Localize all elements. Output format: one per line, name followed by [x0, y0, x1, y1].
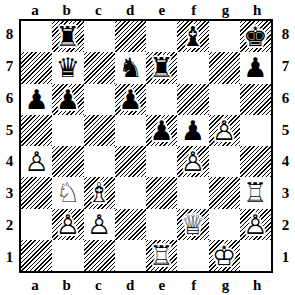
rank-label-right-8: 8	[278, 19, 293, 51]
square-f1[interactable]	[177, 240, 208, 271]
square-e8[interactable]	[146, 21, 177, 52]
board: ♜♝♚♛♞♜♟︎♟︎♟︎♟︎♟︎♟︎♟︎♙♟︎♙♟︎♙♞♘♝♗♜♖♟︎♙♟︎♙♛…	[19, 19, 273, 273]
file-label-bottom-e: e	[146, 277, 178, 293]
black-pawn-piece[interactable]: ♟︎	[21, 84, 52, 115]
square-h2[interactable]: ♟︎♙	[240, 209, 271, 240]
file-label-bottom-c: c	[83, 277, 115, 293]
file-label-bottom-b: b	[51, 277, 83, 293]
square-f6[interactable]	[177, 84, 208, 115]
white-pawn-piece[interactable]: ♙	[21, 146, 52, 177]
square-c1[interactable]	[84, 240, 115, 271]
white-pawn-piece[interactable]: ♙	[240, 209, 271, 240]
rank-label-left-8: 8	[2, 19, 17, 51]
rank-label-right-7: 7	[278, 51, 293, 83]
square-a6[interactable]: ♟︎	[21, 84, 52, 115]
square-f3[interactable]	[177, 177, 208, 208]
square-e3[interactable]	[146, 177, 177, 208]
square-f7[interactable]	[177, 52, 208, 83]
square-d2[interactable]	[115, 209, 146, 240]
black-pawn-piece[interactable]: ♟︎	[177, 115, 208, 146]
rank-label-right-1: 1	[278, 241, 293, 273]
file-label-top-e: e	[146, 2, 178, 18]
black-pawn-piece[interactable]: ♟︎	[115, 84, 146, 115]
square-c8[interactable]	[84, 21, 115, 52]
square-a5[interactable]	[21, 115, 52, 146]
square-d8[interactable]	[115, 21, 146, 52]
black-pawn-piece[interactable]: ♟︎	[52, 84, 83, 115]
square-b1[interactable]	[52, 240, 83, 271]
file-label-bottom-f: f	[178, 277, 210, 293]
rank-labels-right: 87654321	[278, 19, 293, 273]
file-labels-bottom: abcdefgh	[19, 277, 273, 293]
square-a3[interactable]	[21, 177, 52, 208]
square-h8[interactable]: ♚	[240, 21, 271, 52]
square-a8[interactable]	[21, 21, 52, 52]
square-b3[interactable]: ♞♘	[52, 177, 83, 208]
rank-label-right-5: 5	[278, 114, 293, 146]
square-h5[interactable]	[240, 115, 271, 146]
white-rook-piece[interactable]: ♖	[240, 177, 271, 208]
rank-label-left-3: 3	[2, 178, 17, 210]
file-label-bottom-h: h	[241, 277, 273, 293]
square-b5[interactable]	[52, 115, 83, 146]
square-e5[interactable]: ♟︎	[146, 115, 177, 146]
square-c2[interactable]: ♟︎♙	[84, 209, 115, 240]
square-e4[interactable]	[146, 146, 177, 177]
white-king-piece[interactable]: ♔	[209, 240, 240, 271]
square-a1[interactable]	[21, 240, 52, 271]
file-label-top-c: c	[83, 2, 115, 18]
black-pawn-piece[interactable]: ♟︎	[146, 115, 177, 146]
square-d6[interactable]: ♟︎	[115, 84, 146, 115]
black-king-piece[interactable]: ♚	[240, 21, 271, 52]
file-label-bottom-d: d	[114, 277, 146, 293]
square-b4[interactable]	[52, 146, 83, 177]
square-h1[interactable]	[240, 240, 271, 271]
square-h3[interactable]: ♜♖	[240, 177, 271, 208]
file-label-top-g: g	[210, 2, 242, 18]
square-b6[interactable]: ♟︎	[52, 84, 83, 115]
square-b7[interactable]: ♛	[52, 52, 83, 83]
rank-label-right-2: 2	[278, 210, 293, 242]
square-g2[interactable]	[209, 209, 240, 240]
square-g6[interactable]	[209, 84, 240, 115]
square-g4[interactable]	[209, 146, 240, 177]
rank-label-left-2: 2	[2, 210, 17, 242]
square-f4[interactable]: ♟︎♙	[177, 146, 208, 177]
square-a4[interactable]: ♟︎♙	[21, 146, 52, 177]
square-g3[interactable]	[209, 177, 240, 208]
square-h6[interactable]	[240, 84, 271, 115]
white-pawn-piece[interactable]: ♙	[209, 115, 240, 146]
square-b2[interactable]: ♟︎♙	[52, 209, 83, 240]
file-label-bottom-g: g	[210, 277, 242, 293]
square-c4[interactable]	[84, 146, 115, 177]
square-d4[interactable]	[115, 146, 146, 177]
white-pawn-piece[interactable]: ♙	[52, 209, 83, 240]
black-pawn-piece[interactable]: ♟︎	[240, 52, 271, 83]
square-g1[interactable]: ♚♔	[209, 240, 240, 271]
rank-label-right-3: 3	[278, 178, 293, 210]
white-pawn-piece[interactable]: ♙	[84, 209, 115, 240]
black-rook-piece[interactable]: ♜	[52, 21, 83, 52]
square-f8[interactable]: ♝	[177, 21, 208, 52]
square-e7[interactable]: ♜	[146, 52, 177, 83]
square-c3[interactable]: ♝♗	[84, 177, 115, 208]
rank-label-left-7: 7	[2, 51, 17, 83]
black-bishop-piece[interactable]: ♝	[177, 21, 208, 52]
square-e6[interactable]	[146, 84, 177, 115]
rank-label-left-1: 1	[2, 241, 17, 273]
white-knight-piece[interactable]: ♘	[52, 177, 83, 208]
square-a2[interactable]	[21, 209, 52, 240]
square-c6[interactable]	[84, 84, 115, 115]
square-d7[interactable]: ♞	[115, 52, 146, 83]
rank-labels-left: 87654321	[2, 19, 17, 273]
square-f5[interactable]: ♟︎	[177, 115, 208, 146]
file-label-top-b: b	[51, 2, 83, 18]
square-h7[interactable]: ♟︎	[240, 52, 271, 83]
file-label-top-a: a	[19, 2, 51, 18]
black-rook-piece[interactable]: ♜	[146, 52, 177, 83]
square-c5[interactable]	[84, 115, 115, 146]
rank-label-left-4: 4	[2, 146, 17, 178]
square-d5[interactable]	[115, 115, 146, 146]
square-g8[interactable]	[209, 21, 240, 52]
chess-diagram: abcdefgh 87654321 ♜♝♚♛♞♜♟︎♟︎♟︎♟︎♟︎♟︎♟︎♙♟…	[0, 0, 295, 295]
white-bishop-piece[interactable]: ♗	[84, 177, 115, 208]
square-e1[interactable]: ♜♖	[146, 240, 177, 271]
file-label-bottom-a: a	[19, 277, 51, 293]
square-a7[interactable]	[21, 52, 52, 83]
white-queen-piece[interactable]: ♕	[177, 209, 208, 240]
black-knight-piece[interactable]: ♞	[115, 52, 146, 83]
rank-label-right-4: 4	[278, 146, 293, 178]
file-labels-top: abcdefgh	[19, 2, 273, 18]
black-queen-piece[interactable]: ♛	[52, 52, 83, 83]
rank-label-left-6: 6	[2, 83, 17, 115]
square-f2[interactable]: ♛♕	[177, 209, 208, 240]
square-c7[interactable]	[84, 52, 115, 83]
white-rook-piece[interactable]: ♖	[146, 240, 177, 271]
square-g7[interactable]	[209, 52, 240, 83]
white-pawn-piece[interactable]: ♙	[177, 146, 208, 177]
file-label-top-d: d	[114, 2, 146, 18]
square-b8[interactable]: ♜	[52, 21, 83, 52]
rank-label-left-5: 5	[2, 114, 17, 146]
square-d3[interactable]	[115, 177, 146, 208]
square-e2[interactable]	[146, 209, 177, 240]
file-label-top-h: h	[241, 2, 273, 18]
square-h4[interactable]	[240, 146, 271, 177]
square-g5[interactable]: ♟︎♙	[209, 115, 240, 146]
rank-label-right-6: 6	[278, 83, 293, 115]
square-d1[interactable]	[115, 240, 146, 271]
file-label-top-f: f	[178, 2, 210, 18]
